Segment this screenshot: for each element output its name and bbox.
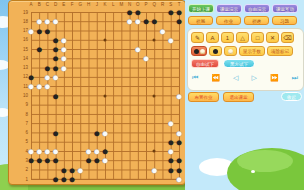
quick-button-2[interactable]: 作业 [216,16,241,25]
app-window: ●●●●●●●●●●●●●●●●●●●●●●●●●●●●●●●●●●●●●●●●… [0,0,304,190]
column-label: T [175,2,183,7]
white-stone-C11: ● [43,82,52,91]
alternate-stones-button[interactable] [191,46,207,56]
white-stone-B4: ● [35,147,44,156]
star-point [153,150,156,153]
black-stone-icon [213,49,218,54]
column-label: F [68,2,76,7]
letter-marker-tool[interactable]: A [206,32,219,43]
white-stone-E14: ● [59,54,68,63]
row-label: 16 [11,37,28,42]
row-label: 17 [11,28,28,33]
white-stone-T6: ● [175,128,184,137]
black-stone-S2: ● [166,165,175,174]
column-label: R [159,2,167,7]
star-point [54,38,57,41]
black-stone-C3: ● [43,156,52,165]
black-stone-T19: ● [175,8,184,17]
black-stone-C17: ● [43,26,52,35]
jump-to-start-button[interactable]: ⏮ [192,72,198,84]
exit-class-button[interactable]: 退出课堂 [223,92,254,102]
row-label: 19 [11,10,28,15]
white-stone-E15: ● [59,45,68,54]
row-label: 4 [11,149,28,154]
column-label: E [60,2,68,7]
row-label: 10 [11,93,28,98]
black-stone-S19: ● [166,8,175,17]
row-label: 13 [11,65,28,70]
triangle-marker-tool[interactable]: △ [236,32,249,43]
black-stone-icon [194,49,199,54]
white-stone-S7: ● [166,119,175,128]
black-stone-T3: ● [175,156,184,165]
assign-homework-button[interactable]: 布置作业 [188,92,219,102]
white-stone-D18: ● [51,17,60,26]
board-grid[interactable]: ●●●●●●●●●●●●●●●●●●●●●●●●●●●●●●●●●●●●●●●●… [31,12,180,180]
tab-4[interactable]: 课堂互动 [272,4,298,13]
black-stone-E1: ● [59,175,68,184]
marker-tool-row: ✎A1△□✕⌫ [191,32,294,43]
white-stone-button[interactable] [224,46,237,56]
snow-dot [219,164,224,168]
try-row: 自由试下 黑方试下 [191,59,255,68]
quick-button-row: 棋局作业棋谱习题 [188,16,297,25]
black-stone-F1: ● [68,175,77,184]
black-stone-C13: ● [43,63,52,72]
playback-controls: ⏮⏪◁▷⏩⏭ [192,72,298,84]
number-marker-tool[interactable]: 1 [221,32,234,43]
column-label: H [85,2,93,7]
turn-indicator-pill[interactable]: 黑方试下 [223,59,255,68]
star-point [54,94,57,97]
black-stone-S5: ● [166,137,175,146]
row-label: 8 [11,112,28,117]
tab-3[interactable]: 自由演示 [244,4,270,13]
white-stone-E13: ● [59,63,68,72]
white-stone-O15: ● [133,45,142,54]
eraser-tool[interactable]: ⌫ [281,32,294,43]
white-stone-K3: ● [101,156,110,165]
white-stone-B18: ● [35,17,44,26]
quick-button-3[interactable]: 棋谱 [244,16,269,25]
white-stone-S16: ● [166,35,175,44]
row-label: 12 [11,74,28,79]
quick-button-1[interactable]: 棋局 [188,16,213,25]
row-label: 15 [11,47,28,52]
black-stone-N19: ● [125,8,134,17]
white-stone-Q2: ● [150,165,159,174]
white-stone-R17: ● [158,26,167,35]
row-label: 9 [11,102,28,107]
star-point [104,38,107,41]
white-stone-S4: ● [166,147,175,156]
star-point [104,150,107,153]
black-stone-Q18: ● [150,17,159,26]
black-stone-J6: ● [92,128,101,137]
row-label: 1 [11,177,28,182]
black-stone-T18: ● [175,17,184,26]
white-stone-T10: ● [175,91,184,100]
black-stone-D13: ● [51,63,60,72]
white-stone-C18: ● [43,17,52,26]
row-label: 18 [11,19,28,24]
black-stone-S3: ● [166,156,175,165]
column-label: B [35,2,43,7]
jump-to-end-button[interactable]: ⏭ [292,72,298,84]
column-label: G [76,2,84,7]
info-button-1[interactable]: 显示手数 [239,46,265,56]
tab-1[interactable]: 开始上课 [188,4,214,13]
black-stone-B17: ● [35,26,44,35]
white-stone-D12: ● [51,72,60,81]
black-stone-D14: ● [51,54,60,63]
white-stone-T1: ● [175,175,184,184]
column-label: M [117,2,125,7]
black-stone-button[interactable] [209,46,222,56]
back-many-button[interactable]: ⏪ [211,72,220,84]
column-label: S [167,2,175,7]
black-stone-T2: ● [175,165,184,174]
column-label: O [134,2,142,7]
black-stone-E2: ● [59,165,68,174]
back-one-button[interactable]: ◁ [233,72,238,84]
black-stone-T5: ● [175,137,184,146]
white-stone-B11: ● [35,82,44,91]
black-stone-D3: ● [51,156,60,165]
bush-highlight [237,150,293,172]
white-stone-K6: ● [101,128,110,137]
row-label: 11 [11,84,28,89]
forward-one-button[interactable]: ▷ [251,72,256,84]
tool-card: ✎A1△□✕⌫ 显示手数清除标记 自由试下 黑方试下 ⏮⏪◁▷⏩⏭ [187,28,304,91]
star-point [104,94,107,97]
black-stone-J3: ● [92,156,101,165]
black-stone-B3: ● [35,156,44,165]
square-marker-tool[interactable]: □ [251,32,264,43]
white-stone-N18: ● [125,17,134,26]
column-label: C [43,2,51,7]
white-stone-icon [200,49,205,54]
star-point [153,94,156,97]
free-try-button[interactable]: 自由试下 [191,59,219,68]
white-stone-P14: ● [142,54,151,63]
tab-2[interactable]: 课堂演示 [216,4,242,13]
white-stone-G2: ● [76,165,85,174]
row-label: 14 [11,56,28,61]
column-label: P [142,2,150,7]
column-label: J [93,2,101,7]
quick-button-4[interactable]: 习题 [272,16,297,25]
black-stone-P18: ● [142,17,151,26]
cross-marker-tool[interactable]: ✕ [266,32,279,43]
control-panel: 开始上课课堂演示自由演示课堂互动 棋局作业棋谱习题 ✎A1△□✕⌫ 显示手数清除… [185,0,304,190]
black-stone-D1: ● [51,175,60,184]
star-point [54,150,57,153]
white-stone-J4: ● [92,147,101,156]
white-stone-icon [228,49,233,54]
black-stone-B15: ● [35,45,44,54]
black-stone-O19: ● [133,8,142,17]
collapse-pill-button[interactable]: 收起 [281,92,302,101]
column-label: Q [150,2,158,7]
pen-tool[interactable]: ✎ [191,32,204,43]
row-label: 3 [11,158,28,163]
black-stone-D15: ● [51,45,60,54]
forward-many-button[interactable]: ⏩ [270,72,279,84]
row-label: 7 [11,121,28,126]
black-stone-H3: ● [84,156,93,165]
column-label: D [52,2,60,7]
bottom-button-row: 布置作业 退出课堂 [188,92,254,102]
column-label: K [101,2,109,7]
row-label: 6 [11,130,28,135]
white-stone-E16: ● [59,35,68,44]
white-stone-O18: ● [133,17,142,26]
column-label: A [27,2,35,7]
column-label: N [126,2,134,7]
white-stone-C4: ● [43,147,52,156]
stone-mode-row: 显示手数清除标记 [191,46,293,56]
go-board: ●●●●●●●●●●●●●●●●●●●●●●●●●●●●●●●●●●●●●●●●… [8,0,186,185]
row-label: 5 [11,139,28,144]
info-button-2[interactable]: 清除标记 [267,46,293,56]
black-stone-D6: ● [51,128,60,137]
tab-bar: 开始上课课堂演示自由演示课堂互动 [188,4,298,13]
column-label: L [109,2,117,7]
snow-dot [251,170,255,173]
row-label: 2 [11,167,28,172]
white-stone-H4: ● [84,147,93,156]
white-stone-C12: ● [43,72,52,81]
black-stone-F2: ● [68,165,77,174]
star-point [153,38,156,41]
